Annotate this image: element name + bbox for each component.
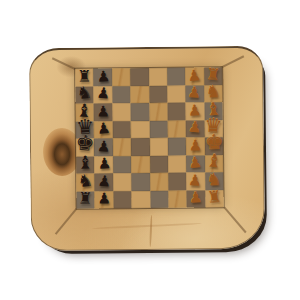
wood-grain: [149, 215, 152, 247]
board-square: [187, 172, 206, 190]
board-square: [204, 102, 223, 120]
board-square: [112, 86, 131, 104]
board-square: [76, 156, 95, 174]
board-square: [130, 85, 149, 103]
board-square: [149, 120, 168, 138]
board-square: [187, 190, 206, 208]
board-square: [112, 103, 131, 121]
board-square: [150, 190, 169, 208]
board-square: [131, 103, 150, 121]
board-square: [167, 68, 186, 86]
board-square: [149, 85, 168, 103]
board-square: [131, 173, 150, 191]
wood-slab: ♜♞♝♛♚♝♞♜♟♟♟♟♟♟♟♟♟♟♟♟♟♟♟♟♜♞♝♛♚♝♞♜: [29, 46, 265, 251]
board-square: [94, 103, 113, 121]
board-square: [112, 68, 131, 86]
board-square: [76, 191, 95, 209]
board-square: [167, 85, 186, 103]
board-square: [113, 138, 132, 156]
frame-miter: [55, 208, 77, 234]
board-square: [113, 173, 132, 191]
board-square: [150, 173, 169, 191]
chess-board: [75, 67, 223, 209]
board-square: [185, 67, 204, 85]
board-square: [76, 104, 95, 122]
board-square: [113, 156, 132, 174]
board-square: [113, 191, 132, 209]
board-square: [149, 138, 168, 156]
photo-canvas: ♜♞♝♛♚♝♞♜♟♟♟♟♟♟♟♟♟♟♟♟♟♟♟♟♜♞♝♛♚♝♞♜: [0, 0, 300, 300]
board-square: [94, 86, 113, 104]
board-square: [204, 67, 223, 85]
board-square: [94, 68, 113, 86]
board-square: [168, 155, 187, 173]
frame-miter: [220, 55, 244, 68]
board-square: [130, 68, 149, 86]
board-square: [94, 156, 113, 174]
board-square: [204, 85, 223, 103]
board-square: [131, 120, 150, 138]
board-square: [75, 86, 94, 104]
board-square: [149, 103, 168, 121]
board-square: [167, 103, 186, 121]
board-square: [186, 102, 205, 120]
board-square: [132, 190, 151, 208]
board-square: [95, 173, 114, 191]
board-square: [76, 139, 95, 157]
board-square: [205, 172, 224, 190]
board-square: [149, 68, 168, 86]
board-square: [205, 155, 224, 173]
frame-miter: [224, 207, 247, 233]
board-square: [168, 120, 187, 138]
board-square: [204, 120, 223, 138]
board-square: [150, 155, 169, 173]
board-square: [76, 174, 95, 192]
board-square: [168, 173, 187, 191]
board-square: [95, 191, 114, 209]
board-square: [94, 121, 113, 139]
board-square: [131, 155, 150, 173]
wood-grain: [92, 223, 202, 230]
board-square: [186, 85, 205, 103]
board-square: [186, 137, 205, 155]
board-square: [205, 190, 224, 208]
board-square: [75, 69, 94, 87]
board-square: [168, 190, 187, 208]
board-square: [168, 138, 187, 156]
board-square: [186, 155, 205, 173]
board-square: [186, 120, 205, 138]
board-square: [131, 138, 150, 156]
board-square: [94, 138, 113, 156]
board-square: [205, 137, 224, 155]
board-square: [112, 121, 131, 139]
board-square: [76, 121, 95, 139]
